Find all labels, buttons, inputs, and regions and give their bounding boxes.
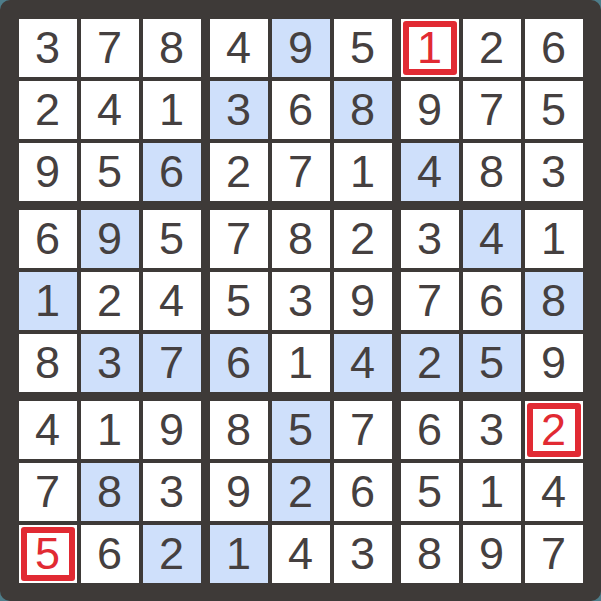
- cell-digit: 7: [479, 87, 504, 132]
- cell-r7c3[interactable]: 9: [143, 401, 201, 459]
- cell-r8c7[interactable]: 5: [401, 463, 459, 521]
- cell-digit: 4: [479, 216, 504, 261]
- cell-r9c6[interactable]: 3: [334, 525, 392, 583]
- cell-digit: 9: [97, 216, 122, 261]
- cell-digit: 1: [288, 340, 313, 385]
- cell-r8c1[interactable]: 7: [19, 463, 77, 521]
- cell-r2c5[interactable]: 6: [272, 81, 330, 139]
- cell-digit: 4: [159, 278, 184, 323]
- cell-r6c8[interactable]: 5: [463, 334, 521, 392]
- cell-r5c5[interactable]: 3: [272, 272, 330, 330]
- cell-r1c5[interactable]: 9: [272, 19, 330, 77]
- cell-r4c6[interactable]: 2: [334, 210, 392, 268]
- cell-r1c7[interactable]: 1: [401, 19, 459, 77]
- cell-r2c9[interactable]: 5: [525, 81, 583, 139]
- cell-r7c9[interactable]: 2: [525, 401, 583, 459]
- cell-r4c9[interactable]: 1: [525, 210, 583, 268]
- cell-digit: 6: [159, 149, 184, 194]
- cell-r3c6[interactable]: 1: [334, 143, 392, 201]
- cell-digit: 5: [159, 216, 184, 261]
- sudoku-board: 3784951262413689759562714836957823411245…: [0, 0, 601, 601]
- cell-digit: 8: [288, 216, 313, 261]
- cell-r6c4[interactable]: 6: [210, 334, 268, 392]
- cell-digit: 4: [97, 87, 122, 132]
- cell-digit: 9: [226, 469, 251, 514]
- cell-r9c7[interactable]: 8: [401, 525, 459, 583]
- cell-digit: 7: [97, 25, 122, 70]
- cell-digit: 5: [417, 469, 442, 514]
- cell-r4c4[interactable]: 7: [210, 210, 268, 268]
- cell-r7c5[interactable]: 5: [272, 401, 330, 459]
- cell-r2c4[interactable]: 3: [210, 81, 268, 139]
- cell-digit: 6: [350, 469, 375, 514]
- cell-r4c5[interactable]: 8: [272, 210, 330, 268]
- cell-digit: 8: [417, 531, 442, 576]
- cell-digit: 3: [479, 407, 504, 452]
- cell-digit: 2: [159, 531, 184, 576]
- cell-r8c2[interactable]: 8: [81, 463, 139, 521]
- cell-r3c5[interactable]: 7: [272, 143, 330, 201]
- cell-r3c7[interactable]: 4: [401, 143, 459, 201]
- cell-r8c9[interactable]: 4: [525, 463, 583, 521]
- cell-r1c9[interactable]: 6: [525, 19, 583, 77]
- cell-r6c7[interactable]: 2: [401, 334, 459, 392]
- cell-r3c2[interactable]: 5: [81, 143, 139, 201]
- cell-r3c9[interactable]: 3: [525, 143, 583, 201]
- cell-digit: 5: [541, 87, 566, 132]
- cell-r7c1[interactable]: 4: [19, 401, 77, 459]
- cell-digit: 4: [226, 25, 251, 70]
- cell-digit: 2: [97, 278, 122, 323]
- cell-digit: 7: [288, 149, 313, 194]
- cell-digit: 2: [479, 25, 504, 70]
- cell-r9c5[interactable]: 4: [272, 525, 330, 583]
- cell-r4c2[interactable]: 9: [81, 210, 139, 268]
- cell-digit: 1: [541, 216, 566, 261]
- sudoku-grid: 3784951262413689759562714836957823411245…: [19, 19, 583, 583]
- cell-digit: 9: [350, 278, 375, 323]
- cell-r9c3[interactable]: 2: [143, 525, 201, 583]
- cell-r1c3[interactable]: 8: [143, 19, 201, 77]
- cell-digit: 3: [417, 216, 442, 261]
- cell-digit: 2: [541, 407, 566, 452]
- cell-r8c5[interactable]: 2: [272, 463, 330, 521]
- cell-digit: 4: [417, 149, 442, 194]
- cell-r7c6[interactable]: 7: [334, 401, 392, 459]
- cell-r7c8[interactable]: 3: [463, 401, 521, 459]
- cell-digit: 2: [35, 87, 60, 132]
- cell-digit: 6: [226, 340, 251, 385]
- cell-digit: 3: [350, 531, 375, 576]
- cell-digit: 1: [97, 407, 122, 452]
- cell-r4c7[interactable]: 3: [401, 210, 459, 268]
- cell-digit: 3: [159, 469, 184, 514]
- cell-digit: 8: [541, 278, 566, 323]
- cell-r8c3[interactable]: 3: [143, 463, 201, 521]
- cell-r3c4[interactable]: 2: [210, 143, 268, 201]
- cell-r3c1[interactable]: 9: [19, 143, 77, 201]
- cell-digit: 9: [541, 340, 566, 385]
- cell-r1c2[interactable]: 7: [81, 19, 139, 77]
- cell-r1c4[interactable]: 4: [210, 19, 268, 77]
- cell-digit: 8: [350, 87, 375, 132]
- cell-r9c2[interactable]: 6: [81, 525, 139, 583]
- cell-digit: 6: [417, 407, 442, 452]
- cell-r5c9[interactable]: 8: [525, 272, 583, 330]
- cell-digit: 1: [159, 87, 184, 132]
- cell-digit: 2: [226, 149, 251, 194]
- cell-r4c1[interactable]: 6: [19, 210, 77, 268]
- cell-r9c9[interactable]: 7: [525, 525, 583, 583]
- cell-r6c1[interactable]: 8: [19, 334, 77, 392]
- cell-digit: 5: [350, 25, 375, 70]
- cell-digit: 6: [288, 87, 313, 132]
- cell-digit: 4: [288, 531, 313, 576]
- cell-digit: 6: [35, 216, 60, 261]
- cell-r6c5[interactable]: 1: [272, 334, 330, 392]
- cell-r6c6[interactable]: 4: [334, 334, 392, 392]
- cell-digit: 3: [35, 25, 60, 70]
- cell-digit: 8: [479, 149, 504, 194]
- cell-digit: 1: [350, 149, 375, 194]
- cell-digit: 6: [97, 531, 122, 576]
- cell-digit: 1: [35, 278, 60, 323]
- cell-digit: 7: [35, 469, 60, 514]
- cell-r8c8[interactable]: 1: [463, 463, 521, 521]
- cell-digit: 3: [226, 87, 251, 132]
- cell-r4c3[interactable]: 5: [143, 210, 201, 268]
- cell-digit: 9: [159, 407, 184, 452]
- cell-digit: 5: [226, 278, 251, 323]
- cell-digit: 7: [159, 340, 184, 385]
- cell-r2c7[interactable]: 9: [401, 81, 459, 139]
- cell-digit: 8: [226, 407, 251, 452]
- cell-r6c3[interactable]: 7: [143, 334, 201, 392]
- cell-r2c1[interactable]: 2: [19, 81, 77, 139]
- cell-r1c8[interactable]: 2: [463, 19, 521, 77]
- cell-digit: 5: [35, 531, 60, 576]
- cell-digit: 4: [35, 407, 60, 452]
- cell-digit: 7: [541, 531, 566, 576]
- cell-r5c3[interactable]: 4: [143, 272, 201, 330]
- cell-digit: 3: [288, 278, 313, 323]
- cell-digit: 7: [350, 407, 375, 452]
- cell-digit: 1: [226, 531, 251, 576]
- cell-r8c4[interactable]: 9: [210, 463, 268, 521]
- cell-digit: 8: [35, 340, 60, 385]
- cell-digit: 9: [479, 531, 504, 576]
- cell-digit: 8: [97, 469, 122, 514]
- cell-r3c3[interactable]: 6: [143, 143, 201, 201]
- cell-r9c4[interactable]: 1: [210, 525, 268, 583]
- cell-digit: 6: [479, 278, 504, 323]
- cell-digit: 9: [417, 87, 442, 132]
- cell-digit: 6: [541, 25, 566, 70]
- cell-r2c8[interactable]: 7: [463, 81, 521, 139]
- cell-r1c1[interactable]: 3: [19, 19, 77, 77]
- cell-r9c1[interactable]: 5: [19, 525, 77, 583]
- cell-r6c9[interactable]: 9: [525, 334, 583, 392]
- cell-digit: 4: [350, 340, 375, 385]
- cell-digit: 7: [417, 278, 442, 323]
- cell-r5c1[interactable]: 1: [19, 272, 77, 330]
- cell-r5c8[interactable]: 6: [463, 272, 521, 330]
- cell-r5c2[interactable]: 2: [81, 272, 139, 330]
- cell-digit: 8: [159, 25, 184, 70]
- cell-digit: 3: [541, 149, 566, 194]
- cell-digit: 1: [479, 469, 504, 514]
- cell-digit: 3: [97, 340, 122, 385]
- cell-digit: 2: [350, 216, 375, 261]
- cell-digit: 1: [417, 25, 442, 70]
- cell-digit: 2: [417, 340, 442, 385]
- cell-digit: 4: [541, 469, 566, 514]
- cell-digit: 9: [35, 149, 60, 194]
- cell-r5c7[interactable]: 7: [401, 272, 459, 330]
- cell-digit: 9: [288, 25, 313, 70]
- cell-r8c6[interactable]: 6: [334, 463, 392, 521]
- cell-digit: 5: [288, 407, 313, 452]
- cell-r2c3[interactable]: 1: [143, 81, 201, 139]
- cell-r7c2[interactable]: 1: [81, 401, 139, 459]
- cell-digit: 5: [97, 149, 122, 194]
- cell-r6c2[interactable]: 3: [81, 334, 139, 392]
- cell-r7c7[interactable]: 6: [401, 401, 459, 459]
- cell-digit: 7: [226, 216, 251, 261]
- cell-r9c8[interactable]: 9: [463, 525, 521, 583]
- cell-r2c6[interactable]: 8: [334, 81, 392, 139]
- cell-r7c4[interactable]: 8: [210, 401, 268, 459]
- cell-r5c6[interactable]: 9: [334, 272, 392, 330]
- cell-digit: 5: [479, 340, 504, 385]
- cell-r2c2[interactable]: 4: [81, 81, 139, 139]
- cell-digit: 2: [288, 469, 313, 514]
- cell-r1c6[interactable]: 5: [334, 19, 392, 77]
- cell-r5c4[interactable]: 5: [210, 272, 268, 330]
- cell-r3c8[interactable]: 8: [463, 143, 521, 201]
- cell-r4c8[interactable]: 4: [463, 210, 521, 268]
